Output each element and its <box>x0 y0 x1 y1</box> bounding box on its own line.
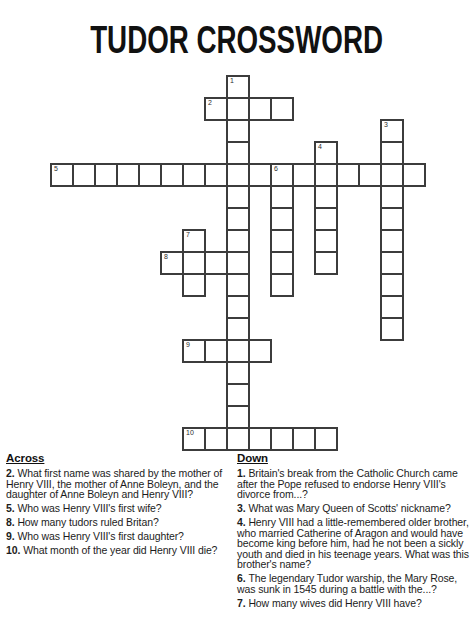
clue-item-text: Henry VIII had a little-remembered older… <box>237 516 469 570</box>
clue-number: 8 <box>164 253 168 261</box>
grid-cell[interactable] <box>226 273 250 297</box>
grid-cell[interactable] <box>226 295 250 319</box>
grid-cell[interactable] <box>270 427 294 451</box>
grid-cell[interactable] <box>314 185 338 209</box>
clue-item-text: How many wives did Henry VIII have? <box>248 597 421 609</box>
grid-cell[interactable] <box>380 207 404 231</box>
grid-cell[interactable] <box>270 273 294 297</box>
grid-cell[interactable] <box>270 97 294 121</box>
clue-number: 1 <box>230 77 234 85</box>
grid-cell[interactable] <box>380 317 404 341</box>
clue-item: 2. What first name was shared by the mot… <box>6 468 234 500</box>
clue-number: 3 <box>384 121 388 129</box>
grid-cell[interactable]: 1 <box>226 75 250 99</box>
grid-cell[interactable] <box>226 119 250 143</box>
grid-cell[interactable] <box>336 163 360 187</box>
grid-cell[interactable] <box>226 163 250 187</box>
across-clue-list: 2. What first name was shared by the mot… <box>6 468 234 556</box>
clue-item-number: 8. <box>6 516 17 528</box>
grid-cell[interactable] <box>94 163 118 187</box>
clue-item-number: 5. <box>6 502 17 514</box>
clue-item-text: The legendary Tudor warship, the Mary Ro… <box>237 572 457 595</box>
grid-cell[interactable] <box>204 427 228 451</box>
grid-cell[interactable]: 3 <box>380 119 404 143</box>
grid-cell[interactable] <box>380 229 404 253</box>
grid-cell[interactable] <box>270 229 294 253</box>
clue-item: 5. Who was Henry VIII's first wife? <box>6 503 234 514</box>
puzzle-title: TUDOR CROSSWORD <box>0 21 474 59</box>
grid-cell[interactable] <box>226 383 250 407</box>
clue-item: 9. Who was Henry VIII's first daughter? <box>6 531 234 542</box>
clue-item-number: 10. <box>6 544 23 556</box>
crossword-grid: 12345678910 <box>50 75 426 451</box>
grid-cell[interactable] <box>226 317 250 341</box>
grid-cell[interactable] <box>314 251 338 275</box>
clue-item: 10. What month of the year did Henry VII… <box>6 545 234 556</box>
grid-cell[interactable] <box>72 163 96 187</box>
puzzle-title-text: TUDOR CROSSWORD <box>91 21 384 59</box>
grid-cell[interactable]: 6 <box>270 163 294 187</box>
across-header: Across <box>6 452 234 464</box>
grid-cell[interactable] <box>380 141 404 165</box>
grid-cell[interactable] <box>226 251 250 275</box>
grid-cell[interactable] <box>226 405 250 429</box>
clue-number: 2 <box>208 99 212 107</box>
grid-cell[interactable] <box>204 251 228 275</box>
clue-item-number: 9. <box>6 530 17 542</box>
grid-cell[interactable] <box>248 163 272 187</box>
grid-cell[interactable] <box>314 207 338 231</box>
clue-item-text: Who was Henry VIII's first wife? <box>17 502 161 514</box>
clue-item: 6. The legendary Tudor warship, the Mary… <box>237 573 470 594</box>
grid-cell[interactable] <box>248 97 272 121</box>
grid-cell[interactable] <box>380 163 404 187</box>
across-clues-section: Across 2. What first name was shared by … <box>6 452 234 559</box>
grid-cell[interactable]: 2 <box>204 97 228 121</box>
grid-cell[interactable] <box>226 141 250 165</box>
clue-item-text: What was Mary Queen of Scotts' nickname? <box>248 502 450 514</box>
clue-item: 4. Henry VIII had a little-remembered ol… <box>237 517 470 570</box>
grid-cell[interactable]: 9 <box>182 339 206 363</box>
grid-cell[interactable] <box>138 163 162 187</box>
down-header: Down <box>237 452 470 464</box>
grid-cell[interactable]: 8 <box>160 251 184 275</box>
grid-cell[interactable] <box>248 427 272 451</box>
grid-cell[interactable] <box>182 163 206 187</box>
clue-item-text: Who was Henry VIII's first daughter? <box>17 530 183 542</box>
clue-item: 8. How many tudors ruled Britan? <box>6 517 234 528</box>
grid-cell[interactable] <box>160 163 184 187</box>
grid-cell[interactable] <box>226 229 250 253</box>
down-clue-list: 1. Britain's break from the Catholic Chu… <box>237 468 470 608</box>
grid-cell[interactable]: 5 <box>50 163 74 187</box>
grid-cell[interactable] <box>226 427 250 451</box>
grid-cell[interactable] <box>226 361 250 385</box>
clue-item-text: How many tudors ruled Britan? <box>17 516 158 528</box>
grid-cell[interactable] <box>270 185 294 209</box>
clue-item-text: What month of the year did Henry VIII di… <box>23 544 217 556</box>
grid-cell[interactable] <box>270 207 294 231</box>
grid-cell[interactable] <box>292 163 316 187</box>
grid-cell[interactable]: 7 <box>182 229 206 253</box>
clue-number: 7 <box>186 231 190 239</box>
grid-cell[interactable] <box>380 251 404 275</box>
grid-cell[interactable]: 10 <box>182 427 206 451</box>
clue-item: 7. How many wives did Henry VIII have? <box>237 598 470 609</box>
grid-cell[interactable] <box>380 295 404 319</box>
grid-cell[interactable] <box>358 163 382 187</box>
grid-cell[interactable] <box>204 163 228 187</box>
clue-item-text: What first name was shared by the mother… <box>6 467 222 500</box>
grid-cell[interactable] <box>116 163 140 187</box>
grid-cell[interactable] <box>270 251 294 275</box>
grid-cell[interactable] <box>314 163 338 187</box>
clue-item-number: 7. <box>237 597 248 609</box>
grid-cell[interactable] <box>380 273 404 297</box>
clue-item: 1. Britain's break from the Catholic Chu… <box>237 468 470 500</box>
grid-cell[interactable] <box>226 185 250 209</box>
clue-number: 6 <box>274 165 278 173</box>
grid-cell[interactable] <box>226 207 250 231</box>
grid-cell[interactable] <box>226 97 250 121</box>
grid-cell[interactable] <box>402 163 426 187</box>
grid-cell[interactable] <box>292 427 316 451</box>
down-clues-section: Down 1. Britain's break from the Catholi… <box>237 452 470 612</box>
clue-item-text: Britain's break from the Catholic Church… <box>237 467 458 500</box>
clue-number: 10 <box>186 429 194 437</box>
grid-cell[interactable] <box>314 427 338 451</box>
grid-cell[interactable] <box>182 251 206 275</box>
clue-item-number: 3. <box>237 502 248 514</box>
clue-item: 3. What was Mary Queen of Scotts' nickna… <box>237 503 470 514</box>
clue-number: 9 <box>186 341 190 349</box>
grid-cell[interactable] <box>182 273 206 297</box>
grid-cell[interactable] <box>380 185 404 209</box>
clue-number: 5 <box>54 165 58 173</box>
grid-cell[interactable] <box>226 339 250 363</box>
grid-cell[interactable] <box>314 229 338 253</box>
grid-cell[interactable]: 4 <box>314 141 338 165</box>
grid-cell[interactable] <box>248 339 272 363</box>
crossword-page: TUDOR CROSSWORD 12345678910 Across 2. Wh… <box>0 0 474 629</box>
grid-cell[interactable] <box>204 339 228 363</box>
clue-number: 4 <box>318 143 322 151</box>
